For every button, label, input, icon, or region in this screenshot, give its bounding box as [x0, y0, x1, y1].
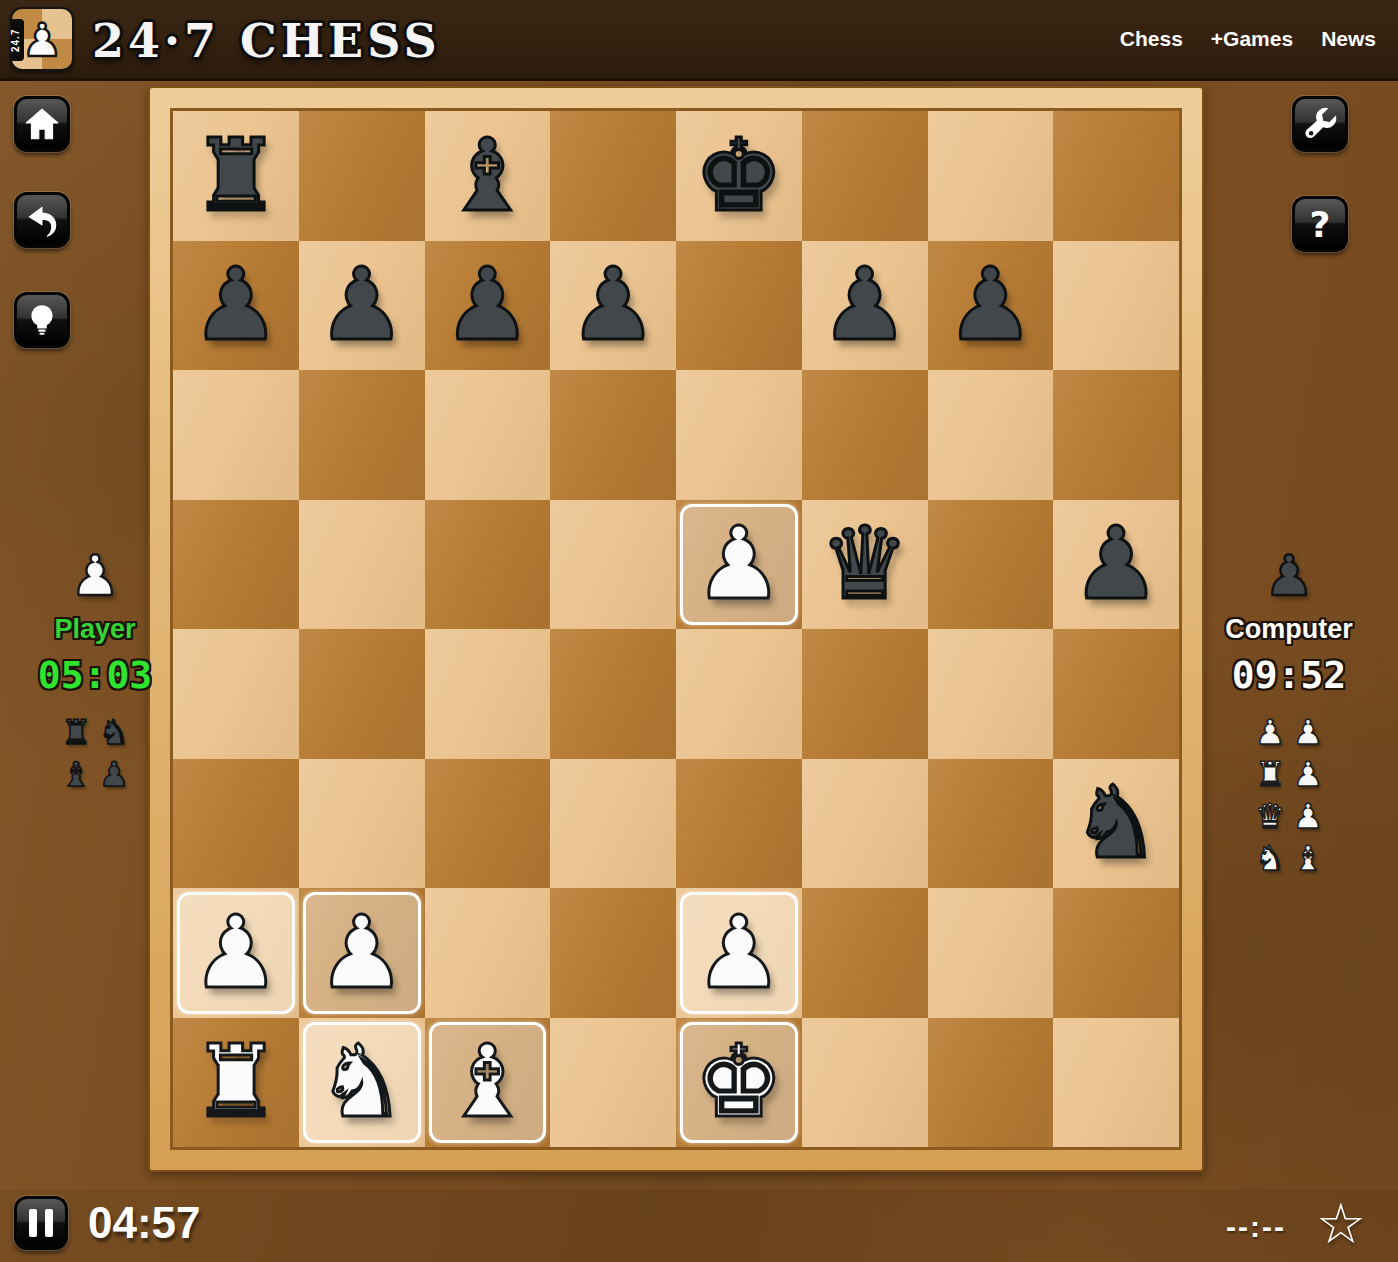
- square-a5[interactable]: [173, 500, 299, 630]
- piece-white-pawn[interactable]: ♟: [191, 903, 281, 1003]
- piece-black-king[interactable]: ♚: [694, 126, 784, 226]
- help-button[interactable]: ?: [1292, 196, 1348, 252]
- square-e3[interactable]: [676, 759, 802, 889]
- square-b5[interactable]: [299, 500, 425, 630]
- square-d6[interactable]: [550, 370, 676, 500]
- piece-black-pawn[interactable]: ♟: [568, 255, 658, 355]
- square-h6[interactable]: [1053, 370, 1179, 500]
- black-pawn-icon: ♟: [1222, 548, 1356, 604]
- square-g1[interactable]: [928, 1018, 1054, 1148]
- square-d2[interactable]: [550, 888, 676, 1018]
- square-c1[interactable]: ♝: [425, 1018, 551, 1148]
- square-b4[interactable]: [299, 629, 425, 759]
- square-e2[interactable]: ♟: [676, 888, 802, 1018]
- square-f6[interactable]: [802, 370, 928, 500]
- piece-black-bishop[interactable]: ♝: [443, 126, 533, 226]
- square-f4[interactable]: [802, 629, 928, 759]
- square-c3[interactable]: [425, 759, 551, 889]
- pause-button[interactable]: [14, 1196, 68, 1250]
- square-c4[interactable]: [425, 629, 551, 759]
- captured-black-pawn: ♟: [95, 755, 133, 793]
- nav-news[interactable]: News: [1321, 27, 1376, 51]
- square-b6[interactable]: [299, 370, 425, 500]
- elapsed-time: 04:57: [88, 1196, 201, 1250]
- square-c7[interactable]: ♟: [425, 241, 551, 371]
- board: ♜♝♚♟♟♟♟♟♟♟♛♟♞♟♟♟♜♞♝♚: [170, 108, 1182, 1150]
- square-f8[interactable]: [802, 111, 928, 241]
- square-c5[interactable]: [425, 500, 551, 630]
- piece-black-knight[interactable]: ♞: [1071, 773, 1161, 873]
- square-b2[interactable]: ♟: [299, 888, 425, 1018]
- captured-white-pawn: ♟: [1289, 713, 1327, 751]
- square-e4[interactable]: [676, 629, 802, 759]
- square-h1[interactable]: [1053, 1018, 1179, 1148]
- square-g2[interactable]: [928, 888, 1054, 1018]
- square-f1[interactable]: [802, 1018, 928, 1148]
- square-b7[interactable]: ♟: [299, 241, 425, 371]
- captured-black-bishop: ♝: [57, 755, 95, 793]
- favorite-star-icon[interactable]: ☆: [1316, 1192, 1366, 1256]
- captured-white-pawn: ♟: [1289, 755, 1327, 793]
- square-c2[interactable]: [425, 888, 551, 1018]
- square-a7[interactable]: ♟: [173, 241, 299, 371]
- square-e8[interactable]: ♚: [676, 111, 802, 241]
- square-g3[interactable]: [928, 759, 1054, 889]
- site-title: 24·7 CHESS: [92, 0, 441, 78]
- piece-black-queen[interactable]: ♛: [820, 514, 910, 614]
- piece-white-knight[interactable]: ♞: [317, 1032, 407, 1132]
- square-b8[interactable]: [299, 111, 425, 241]
- piece-white-bishop[interactable]: ♝: [443, 1032, 533, 1132]
- white-player-panel: ♟ Player 05:03 ♜♞♝♟: [28, 548, 162, 793]
- piece-white-rook[interactable]: ♜: [191, 1032, 281, 1132]
- pause-icon: [29, 1209, 53, 1237]
- logo-pawn-icon: ♟: [12, 11, 72, 69]
- square-d8[interactable]: [550, 111, 676, 241]
- piece-white-pawn[interactable]: ♟: [317, 903, 407, 1003]
- piece-black-pawn[interactable]: ♟: [317, 255, 407, 355]
- captured-white-knight: ♞: [1251, 839, 1289, 877]
- square-c8[interactable]: ♝: [425, 111, 551, 241]
- square-d7[interactable]: ♟: [550, 241, 676, 371]
- question-mark-icon: ?: [1310, 204, 1331, 245]
- square-h3[interactable]: ♞: [1053, 759, 1179, 889]
- square-f7[interactable]: ♟: [802, 241, 928, 371]
- piece-black-pawn[interactable]: ♟: [191, 255, 281, 355]
- square-d3[interactable]: [550, 759, 676, 889]
- header-bar: 24.7 ♟ 24·7 CHESS Chess +Games News: [0, 0, 1398, 81]
- black-player-clock: 09:52: [1222, 653, 1356, 697]
- captured-white-bishop: ♝: [1289, 839, 1327, 877]
- piece-white-pawn[interactable]: ♟: [694, 514, 784, 614]
- hint-button[interactable]: [14, 292, 70, 348]
- piece-black-pawn[interactable]: ♟: [820, 255, 910, 355]
- white-captured-tray: ♜♞♝♟: [28, 713, 162, 793]
- square-d5[interactable]: [550, 500, 676, 630]
- site-logo[interactable]: 24.7 ♟: [10, 7, 74, 71]
- square-e1[interactable]: ♚: [676, 1018, 802, 1148]
- square-e6[interactable]: [676, 370, 802, 500]
- square-b3[interactable]: [299, 759, 425, 889]
- nav-chess[interactable]: Chess: [1120, 27, 1183, 51]
- settings-button[interactable]: [1292, 96, 1348, 152]
- square-g4[interactable]: [928, 629, 1054, 759]
- captured-white-pawn: ♟: [1251, 713, 1289, 751]
- square-a1[interactable]: ♜: [173, 1018, 299, 1148]
- undo-button[interactable]: [14, 192, 70, 248]
- square-a6[interactable]: [173, 370, 299, 500]
- square-c6[interactable]: [425, 370, 551, 500]
- home-button[interactable]: [14, 96, 70, 152]
- wrench-icon: [1301, 105, 1339, 143]
- square-f2[interactable]: [802, 888, 928, 1018]
- piece-black-pawn[interactable]: ♟: [946, 255, 1036, 355]
- square-e7[interactable]: [676, 241, 802, 371]
- square-g5[interactable]: [928, 500, 1054, 630]
- square-h2[interactable]: [1053, 888, 1179, 1018]
- square-h5[interactable]: ♟: [1053, 500, 1179, 630]
- nav-games[interactable]: +Games: [1211, 27, 1293, 51]
- captured-black-knight: ♞: [95, 713, 133, 751]
- square-d1[interactable]: [550, 1018, 676, 1148]
- white-player-clock: 05:03: [28, 653, 162, 697]
- square-h7[interactable]: [1053, 241, 1179, 371]
- captured-white-queen: ♛: [1251, 797, 1289, 835]
- captured-white-rook: ♜: [1251, 755, 1289, 793]
- black-player-name: Computer: [1222, 614, 1356, 645]
- square-h8[interactable]: [1053, 111, 1179, 241]
- piece-black-pawn[interactable]: ♟: [1071, 514, 1161, 614]
- captured-black-rook: ♜: [57, 713, 95, 751]
- square-a4[interactable]: [173, 629, 299, 759]
- black-captured-tray: ♟♟♜♟♛♟♞♝: [1222, 713, 1356, 877]
- square-b1[interactable]: ♞: [299, 1018, 425, 1148]
- bottom-bar: [0, 1190, 1398, 1262]
- piece-black-pawn[interactable]: ♟: [443, 255, 533, 355]
- top-nav: Chess +Games News: [1120, 0, 1376, 78]
- board-frame: ♜♝♚♟♟♟♟♟♟♟♛♟♞♟♟♟♜♞♝♚: [148, 86, 1204, 1172]
- piece-white-pawn[interactable]: ♟: [694, 903, 784, 1003]
- square-d4[interactable]: [550, 629, 676, 759]
- captured-white-pawn: ♟: [1289, 797, 1327, 835]
- square-e5[interactable]: ♟: [676, 500, 802, 630]
- square-f5[interactable]: ♛: [802, 500, 928, 630]
- undo-icon: [23, 201, 61, 239]
- piece-black-rook[interactable]: ♜: [191, 126, 281, 226]
- black-player-panel: ♟ Computer 09:52 ♟♟♜♟♛♟♞♝: [1222, 548, 1356, 877]
- square-h4[interactable]: [1053, 629, 1179, 759]
- lightbulb-icon: [24, 302, 60, 338]
- white-player-name: Player: [28, 614, 162, 645]
- square-g6[interactable]: [928, 370, 1054, 500]
- square-a3[interactable]: [173, 759, 299, 889]
- piece-white-king[interactable]: ♚: [694, 1032, 784, 1132]
- square-g7[interactable]: ♟: [928, 241, 1054, 371]
- square-a2[interactable]: ♟: [173, 888, 299, 1018]
- opponent-time: --:--: [1226, 1210, 1286, 1244]
- white-pawn-icon: ♟: [28, 548, 162, 604]
- square-g8[interactable]: [928, 111, 1054, 241]
- square-f3[interactable]: [802, 759, 928, 889]
- square-a8[interactable]: ♜: [173, 111, 299, 241]
- home-icon: [24, 106, 60, 142]
